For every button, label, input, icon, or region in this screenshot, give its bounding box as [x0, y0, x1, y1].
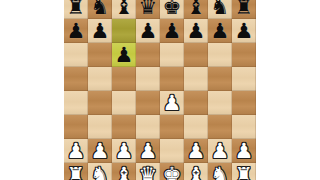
square-b7[interactable]: ♟	[88, 19, 112, 43]
square-b3[interactable]	[88, 115, 112, 139]
square-c1[interactable]: ♝	[112, 163, 136, 180]
piece-black-pawn-icon[interactable]: ♟	[187, 19, 206, 43]
piece-black-rook-icon[interactable]: ♜	[235, 0, 254, 19]
square-f5[interactable]	[184, 67, 208, 91]
square-c6[interactable]: ♟	[112, 43, 136, 67]
square-e4[interactable]: ♟	[160, 91, 184, 115]
piece-black-pawn-icon[interactable]: ♟	[163, 19, 182, 43]
square-d3[interactable]	[136, 115, 160, 139]
square-e2[interactable]	[160, 139, 184, 163]
square-a3[interactable]	[64, 115, 88, 139]
square-h8[interactable]: ♜	[232, 0, 256, 19]
chess-board: ♜♞♝♛♚♝♞♜♟♟♟♟♟♟♟♟♟♟♟♟♟♟♟♟♜♞♝♛♚♝♞♜	[64, 0, 256, 180]
piece-white-rook-icon[interactable]: ♜	[235, 163, 254, 180]
piece-black-pawn-icon[interactable]: ♟	[211, 19, 230, 43]
piece-black-bishop-icon[interactable]: ♝	[115, 0, 134, 19]
square-d7[interactable]: ♟	[136, 19, 160, 43]
square-d4[interactable]	[136, 91, 160, 115]
square-f2[interactable]: ♟	[184, 139, 208, 163]
square-f4[interactable]	[184, 91, 208, 115]
piece-white-queen-icon[interactable]: ♛	[139, 163, 158, 180]
piece-black-bishop-icon[interactable]: ♝	[187, 0, 206, 19]
square-h2[interactable]: ♟	[232, 139, 256, 163]
piece-white-pawn-icon[interactable]: ♟	[235, 139, 254, 163]
square-g6[interactable]	[208, 43, 232, 67]
square-h3[interactable]	[232, 115, 256, 139]
square-b5[interactable]	[88, 67, 112, 91]
square-a1[interactable]: ♜	[64, 163, 88, 180]
piece-white-pawn-icon[interactable]: ♟	[139, 139, 158, 163]
piece-black-pawn-icon[interactable]: ♟	[67, 19, 86, 43]
piece-black-pawn-icon[interactable]: ♟	[235, 19, 254, 43]
piece-white-pawn-icon[interactable]: ♟	[211, 139, 230, 163]
piece-black-pawn-icon[interactable]: ♟	[139, 19, 158, 43]
square-h5[interactable]	[232, 67, 256, 91]
piece-black-pawn-icon[interactable]: ♟	[115, 43, 134, 67]
piece-white-pawn-icon[interactable]: ♟	[115, 139, 134, 163]
square-e8[interactable]: ♚	[160, 0, 184, 19]
square-c8[interactable]: ♝	[112, 0, 136, 19]
square-b8[interactable]: ♞	[88, 0, 112, 19]
square-f7[interactable]: ♟	[184, 19, 208, 43]
piece-white-bishop-icon[interactable]: ♝	[115, 163, 134, 180]
square-f1[interactable]: ♝	[184, 163, 208, 180]
square-c2[interactable]: ♟	[112, 139, 136, 163]
square-d5[interactable]	[136, 67, 160, 91]
square-g8[interactable]: ♞	[208, 0, 232, 19]
piece-white-pawn-icon[interactable]: ♟	[91, 139, 110, 163]
square-g3[interactable]	[208, 115, 232, 139]
square-g7[interactable]: ♟	[208, 19, 232, 43]
square-c4[interactable]	[112, 91, 136, 115]
square-d2[interactable]: ♟	[136, 139, 160, 163]
square-c3[interactable]	[112, 115, 136, 139]
piece-white-knight-icon[interactable]: ♞	[211, 163, 230, 180]
square-b6[interactable]	[88, 43, 112, 67]
square-e7[interactable]: ♟	[160, 19, 184, 43]
square-a6[interactable]	[64, 43, 88, 67]
square-e5[interactable]	[160, 67, 184, 91]
square-a5[interactable]	[64, 67, 88, 91]
square-h7[interactable]: ♟	[232, 19, 256, 43]
piece-white-pawn-icon[interactable]: ♟	[163, 91, 182, 115]
square-d1[interactable]: ♛	[136, 163, 160, 180]
square-f8[interactable]: ♝	[184, 0, 208, 19]
piece-black-king-icon[interactable]: ♚	[163, 0, 182, 19]
square-a8[interactable]: ♜	[64, 0, 88, 19]
square-c7[interactable]	[112, 19, 136, 43]
square-d6[interactable]	[136, 43, 160, 67]
square-f3[interactable]	[184, 115, 208, 139]
square-d8[interactable]: ♛	[136, 0, 160, 19]
piece-black-pawn-icon[interactable]: ♟	[91, 19, 110, 43]
square-g2[interactable]: ♟	[208, 139, 232, 163]
square-b1[interactable]: ♞	[88, 163, 112, 180]
square-b4[interactable]	[88, 91, 112, 115]
square-h4[interactable]	[232, 91, 256, 115]
piece-black-queen-icon[interactable]: ♛	[139, 0, 158, 19]
square-g4[interactable]	[208, 91, 232, 115]
piece-black-rook-icon[interactable]: ♜	[67, 0, 86, 19]
square-g5[interactable]	[208, 67, 232, 91]
square-a2[interactable]: ♟	[64, 139, 88, 163]
square-b2[interactable]: ♟	[88, 139, 112, 163]
square-e3[interactable]	[160, 115, 184, 139]
piece-white-rook-icon[interactable]: ♜	[67, 163, 86, 180]
piece-black-knight-icon[interactable]: ♞	[211, 0, 230, 19]
piece-black-knight-icon[interactable]: ♞	[91, 0, 110, 19]
square-h6[interactable]	[232, 43, 256, 67]
square-a7[interactable]: ♟	[64, 19, 88, 43]
square-e1[interactable]: ♚	[160, 163, 184, 180]
piece-white-pawn-icon[interactable]: ♟	[187, 139, 206, 163]
square-c5[interactable]	[112, 67, 136, 91]
square-h1[interactable]: ♜	[232, 163, 256, 180]
piece-white-king-icon[interactable]: ♚	[163, 163, 182, 180]
square-f6[interactable]	[184, 43, 208, 67]
square-g1[interactable]: ♞	[208, 163, 232, 180]
app-viewport: ♜♞♝♛♚♝♞♜♟♟♟♟♟♟♟♟♟♟♟♟♟♟♟♟♜♞♝♛♚♝♞♜	[0, 0, 320, 180]
piece-white-bishop-icon[interactable]: ♝	[187, 163, 206, 180]
piece-white-knight-icon[interactable]: ♞	[91, 163, 110, 180]
piece-white-pawn-icon[interactable]: ♟	[67, 139, 86, 163]
square-a4[interactable]	[64, 91, 88, 115]
square-e6[interactable]	[160, 43, 184, 67]
